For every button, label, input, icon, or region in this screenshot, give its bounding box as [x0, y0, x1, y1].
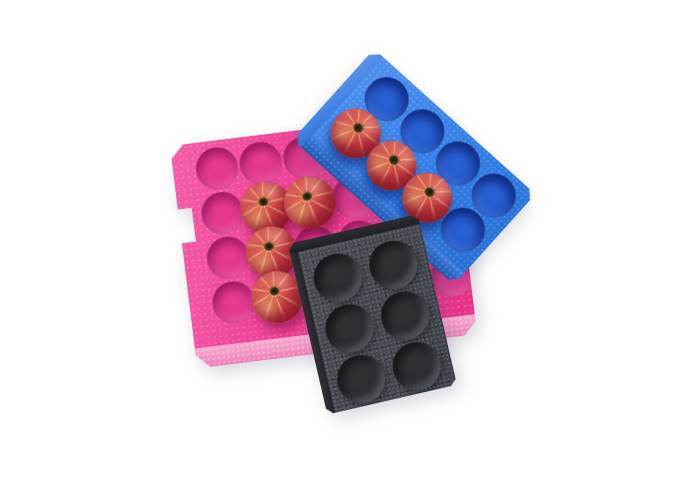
- foam-bump: [332, 350, 390, 408]
- foam-bump: [376, 287, 434, 345]
- apple: [281, 173, 339, 231]
- foam-bump: [321, 300, 379, 358]
- foam-cavity: [194, 145, 241, 192]
- foam-cavity: [199, 190, 246, 237]
- foam-bump: [388, 337, 446, 395]
- foam-cavity: [237, 140, 284, 187]
- foam-cavity: [205, 234, 252, 281]
- tray-scene: [0, 0, 700, 480]
- foam-bump: [365, 236, 423, 294]
- foam-cavity: [210, 279, 257, 326]
- foam-bump: [309, 249, 367, 307]
